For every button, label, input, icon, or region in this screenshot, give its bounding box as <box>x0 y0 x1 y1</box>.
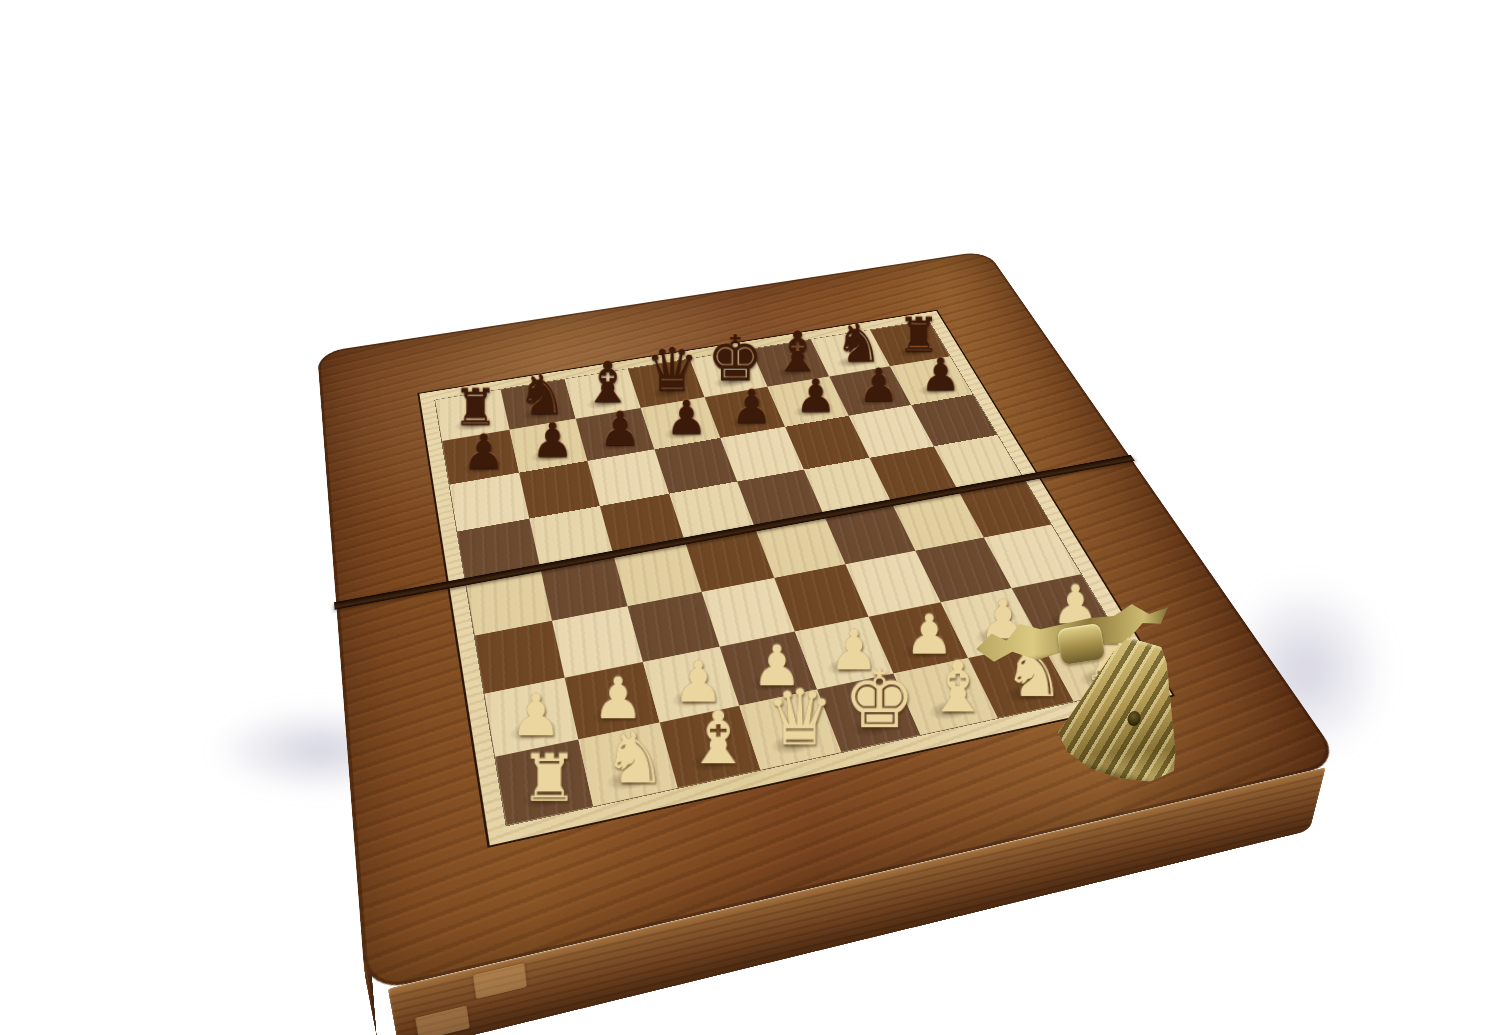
clasp-hole <box>1126 710 1143 728</box>
square-b7: ♟ <box>510 419 588 473</box>
finger-joint-mark <box>473 963 527 999</box>
scene: ♜♞♝♛♚♝♞♜♟♟♟♟♟♟♟♟♟♟♟♟♟♟♟♟♜♞♝♛♚♝♞♜ <box>0 0 1500 1035</box>
square-d4 <box>685 528 774 592</box>
product-photo: ♜♞♝♛♚♝♞♜♟♟♟♟♟♟♟♟♟♟♟♟♟♟♟♟♜♞♝♛♚♝♞♜ <box>0 0 1500 1035</box>
piece-shadow <box>718 408 779 434</box>
brass-clasp <box>975 592 1265 807</box>
finger-joint-mark <box>415 1005 470 1035</box>
clasp-hinge-knuckle <box>1056 623 1105 665</box>
